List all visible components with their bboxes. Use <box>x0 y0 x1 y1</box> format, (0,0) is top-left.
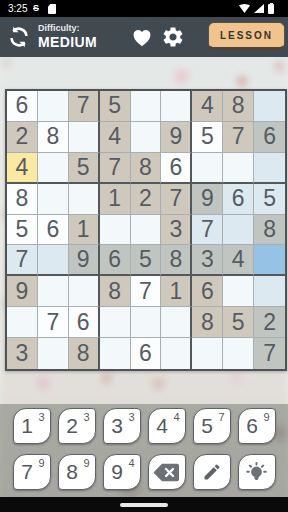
cell-r9c9[interactable]: 7 <box>254 338 285 369</box>
keypad-digit-6[interactable]: 69 <box>238 408 276 444</box>
eraser-icon <box>153 463 180 482</box>
cell-r2c1[interactable]: 2 <box>7 122 38 153</box>
cell-r1c3[interactable]: 7 <box>69 91 100 122</box>
cell-r7c7[interactable]: 6 <box>192 276 223 307</box>
cell-r3c5[interactable]: 8 <box>131 153 162 184</box>
keypad-digit-3[interactable]: 33 <box>103 408 141 444</box>
navigation-bar <box>0 497 288 512</box>
digit-placed-count: 4 <box>173 411 179 423</box>
heart-icon <box>130 25 154 49</box>
cell-r4c8[interactable]: 6 <box>223 184 254 215</box>
cell-r4c4[interactable]: 1 <box>100 184 131 215</box>
keypad-digit-5[interactable]: 57 <box>193 408 231 444</box>
cell-r5c6[interactable]: 3 <box>161 215 192 246</box>
keypad-digit-label: 3 <box>104 409 131 443</box>
restart-icon <box>7 25 31 49</box>
cell-r3c3[interactable]: 5 <box>69 153 100 184</box>
cell-r5c3[interactable]: 1 <box>69 215 100 246</box>
digit-placed-count: 9 <box>83 457 89 469</box>
digit-placed-count: 4 <box>128 457 134 469</box>
cell-r2c5[interactable] <box>131 122 162 153</box>
hint-button[interactable] <box>238 454 276 490</box>
gear-icon <box>161 25 185 49</box>
keypad-digit-9[interactable]: 94 <box>103 454 141 490</box>
cell-r1c2[interactable] <box>38 91 69 122</box>
cell-r9c5[interactable]: 6 <box>131 338 162 369</box>
cell-r6c3[interactable]: 9 <box>69 245 100 276</box>
cell-r6c4[interactable]: 6 <box>100 245 131 276</box>
cell-r7c1[interactable]: 9 <box>7 276 38 307</box>
cell-r6c5[interactable]: 5 <box>131 245 162 276</box>
cell-r8c5[interactable] <box>131 307 162 338</box>
keypad-digit-1[interactable]: 13 <box>13 408 51 444</box>
digit-placed-count: 7 <box>218 411 224 423</box>
lightbulb-icon <box>245 461 268 483</box>
cell-r3c8[interactable] <box>223 153 254 184</box>
cell-r7c2[interactable] <box>38 276 69 307</box>
keypad-digit-label: 6 <box>239 409 266 443</box>
cell-r8c9[interactable]: 2 <box>254 307 285 338</box>
keypad-digit-label: 1 <box>14 409 41 443</box>
signal-icon <box>254 4 264 13</box>
cell-r6c1[interactable]: 7 <box>7 245 38 276</box>
keypad-digit-label: 7 <box>14 455 41 489</box>
cell-r8c6[interactable] <box>161 307 192 338</box>
cell-r1c9[interactable] <box>254 91 285 122</box>
cell-r9c6[interactable] <box>161 338 192 369</box>
cell-r9c2[interactable] <box>38 338 69 369</box>
keypad-row-2: 798994 <box>0 454 288 490</box>
sync-icon: S <box>33 3 39 13</box>
cell-r4c5[interactable]: 2 <box>131 184 162 215</box>
keypad-digit-label: 9 <box>104 455 131 489</box>
cell-r3c9[interactable] <box>254 153 285 184</box>
cell-r8c2[interactable]: 7 <box>38 307 69 338</box>
digit-placed-count: 9 <box>38 457 44 469</box>
cell-r6c9[interactable] <box>254 245 285 276</box>
difficulty-value: MEDIUM <box>38 34 97 50</box>
cell-r3c1[interactable]: 4 <box>7 153 38 184</box>
cell-r8c3[interactable]: 6 <box>69 307 100 338</box>
cell-r5c8[interactable] <box>223 215 254 246</box>
cell-r9c8[interactable] <box>223 338 254 369</box>
cell-r1c6[interactable] <box>161 91 192 122</box>
cell-r7c8[interactable] <box>223 276 254 307</box>
pencil-button[interactable] <box>193 454 231 490</box>
digit-placed-count: 9 <box>263 411 269 423</box>
cell-r7c4[interactable]: 8 <box>100 276 131 307</box>
cell-r2c2[interactable]: 8 <box>38 122 69 153</box>
cell-r2c8[interactable]: 7 <box>223 122 254 153</box>
cell-r1c5[interactable] <box>131 91 162 122</box>
keypad-row-1: 132333445769 <box>0 408 288 444</box>
cell-r9c3[interactable]: 8 <box>69 338 100 369</box>
cell-r2c4[interactable]: 4 <box>100 122 131 153</box>
cell-r7c6[interactable]: 1 <box>161 276 192 307</box>
keypad-digit-2[interactable]: 23 <box>58 408 96 444</box>
cell-r8c7[interactable]: 8 <box>192 307 223 338</box>
erase-button[interactable] <box>148 454 186 490</box>
cell-r6c8[interactable]: 4 <box>223 245 254 276</box>
keypad-digit-label: 5 <box>194 409 221 443</box>
keypad-digit-label: 2 <box>59 409 86 443</box>
cell-r2c9[interactable]: 6 <box>254 122 285 153</box>
keypad-digit-label: 4 <box>149 409 176 443</box>
cell-r5c7[interactable]: 7 <box>192 215 223 246</box>
battery-icon <box>268 4 274 14</box>
cell-r5c4[interactable] <box>100 215 131 246</box>
home-pill[interactable] <box>120 503 168 507</box>
app-header: Difficulty: MEDIUM LESSON <box>0 17 288 57</box>
digit-placed-count: 3 <box>83 411 89 423</box>
cell-r4c7[interactable]: 9 <box>192 184 223 215</box>
cell-r9c7[interactable] <box>192 338 223 369</box>
sudoku-board: 6754828495764578681279655613787965834987… <box>5 89 287 371</box>
cell-r1c7[interactable]: 4 <box>192 91 223 122</box>
restart-button[interactable] <box>7 25 31 49</box>
cell-r8c1[interactable] <box>7 307 38 338</box>
cell-r8c8[interactable]: 5 <box>223 307 254 338</box>
cell-r2c6[interactable]: 9 <box>161 122 192 153</box>
pencil-icon <box>202 462 222 482</box>
cell-r5c9[interactable]: 8 <box>254 215 285 246</box>
cell-r2c7[interactable]: 5 <box>192 122 223 153</box>
lesson-button[interactable]: LESSON <box>208 22 285 50</box>
cell-r1c4[interactable]: 5 <box>100 91 131 122</box>
cell-r3c7[interactable] <box>192 153 223 184</box>
settings-button[interactable] <box>161 25 185 49</box>
sim-card-icon <box>48 4 56 14</box>
cell-r6c7[interactable]: 3 <box>192 245 223 276</box>
cell-r4c9[interactable]: 5 <box>254 184 285 215</box>
cell-r3c6[interactable]: 6 <box>161 153 192 184</box>
cell-r9c4[interactable] <box>100 338 131 369</box>
cell-r4c2[interactable] <box>38 184 69 215</box>
difficulty-label: Difficulty: <box>38 23 97 33</box>
cell-r9c1[interactable]: 3 <box>7 338 38 369</box>
wifi-icon <box>239 4 250 13</box>
digit-placed-count: 3 <box>128 411 134 423</box>
cell-r1c1[interactable]: 6 <box>7 91 38 122</box>
cell-r5c2[interactable]: 6 <box>38 215 69 246</box>
cell-r7c5[interactable]: 7 <box>131 276 162 307</box>
digit-placed-count: 3 <box>38 411 44 423</box>
cell-r4c3[interactable] <box>69 184 100 215</box>
clock: 3:25 <box>8 3 27 14</box>
cell-r6c6[interactable]: 8 <box>161 245 192 276</box>
app-screen: 3:25 S Difficulty: MEDIUM <box>0 0 288 512</box>
cell-r7c9[interactable] <box>254 276 285 307</box>
keypad-panel: 132333445769 798994 <box>0 404 288 497</box>
cell-r5c1[interactable]: 5 <box>7 215 38 246</box>
cell-r5c5[interactable] <box>131 215 162 246</box>
cell-r4c6[interactable]: 7 <box>161 184 192 215</box>
keypad-digit-8[interactable]: 89 <box>58 454 96 490</box>
favorite-button[interactable] <box>130 25 154 49</box>
cell-r7c3[interactable] <box>69 276 100 307</box>
keypad-digit-label: 8 <box>59 455 86 489</box>
keypad-digit-7[interactable]: 79 <box>13 454 51 490</box>
cell-r4c1[interactable]: 8 <box>7 184 38 215</box>
cell-r3c4[interactable]: 7 <box>100 153 131 184</box>
status-bar: 3:25 S <box>0 0 288 17</box>
keypad-digit-4[interactable]: 44 <box>148 408 186 444</box>
cell-r8c4[interactable] <box>100 307 131 338</box>
cell-r2c3[interactable] <box>69 122 100 153</box>
cell-r6c2[interactable] <box>38 245 69 276</box>
cell-r1c8[interactable]: 8 <box>223 91 254 122</box>
cell-r3c2[interactable] <box>38 153 69 184</box>
difficulty-block: Difficulty: MEDIUM <box>38 23 97 50</box>
